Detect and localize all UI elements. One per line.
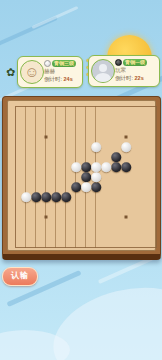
left-player-name: 赫赫 <box>44 67 80 75</box>
avatar-head <box>99 64 107 72</box>
star-point <box>45 216 48 219</box>
black-stone <box>81 162 91 172</box>
black-stone <box>51 192 61 202</box>
white-stone <box>91 172 101 182</box>
left-avatar: ☺ <box>20 60 44 84</box>
game-board[interactable] <box>2 96 161 260</box>
sky-streak <box>32 6 79 29</box>
right-countdown: 倒计时: 22s <box>115 74 157 82</box>
white-stone <box>91 142 101 152</box>
right-countdown-label: 倒计时: <box>115 75 133 81</box>
flower-icon: ✿ <box>6 66 15 79</box>
right-countdown-value: 22s <box>135 75 144 81</box>
white-stone <box>91 162 101 172</box>
avatar-body <box>95 73 111 83</box>
right-rank-badge: 青铜一级 <box>123 59 147 66</box>
board-grid[interactable] <box>15 106 157 248</box>
left-countdown-label: 倒计时: <box>44 76 62 82</box>
black-stone <box>91 182 101 192</box>
white-stone <box>71 162 81 172</box>
black-stone-icon <box>115 59 122 66</box>
black-stone <box>111 152 121 162</box>
black-stone <box>81 172 91 182</box>
black-stone <box>111 162 121 172</box>
left-rank-badge: 青铜三级 <box>52 60 76 67</box>
star-point <box>125 216 128 219</box>
left-countdown: 倒计时: 24s <box>44 75 80 83</box>
white-stone <box>121 142 131 152</box>
black-stone <box>121 162 131 172</box>
surrender-button[interactable]: 认输 <box>2 267 38 286</box>
white-stone <box>101 162 111 172</box>
white-stone <box>81 182 91 192</box>
board-surface <box>7 100 156 251</box>
sky-streak <box>98 256 154 284</box>
black-stone <box>41 192 51 202</box>
black-stone <box>31 192 41 202</box>
white-stone-icon <box>44 60 51 67</box>
left-countdown-value: 24s <box>64 76 73 82</box>
black-stone <box>71 182 81 192</box>
game-screen: ✿ ☺ 青铜三级 赫赫 倒计时: 24s ★★★ 青铜一级 <box>0 0 162 360</box>
right-player-name: 玩家 <box>115 66 157 74</box>
player-card-right: 青铜一级 玩家 倒计时: 22s <box>88 55 160 87</box>
star-point <box>125 136 128 139</box>
white-stone <box>21 192 31 202</box>
black-stone <box>61 192 71 202</box>
star-point <box>45 136 48 139</box>
right-avatar <box>91 59 115 83</box>
player-card-left: ☺ 青铜三级 赫赫 倒计时: 24s <box>17 56 83 88</box>
